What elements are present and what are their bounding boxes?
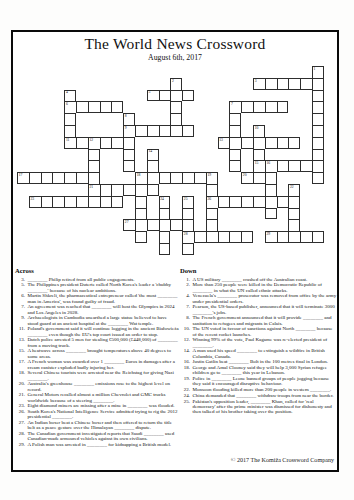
clue-down-1: 1.A US military ________ crashed off the… xyxy=(180,277,337,282)
grid-cell[interactable] xyxy=(288,196,300,208)
clue-number: 17. xyxy=(15,359,28,369)
clue-text: Justin Gatlin beat ________ Bolt in the … xyxy=(193,359,338,364)
clue-text: Venezuela's ________ prosecutor was remo… xyxy=(193,293,338,303)
cell-number: 2 xyxy=(172,79,174,83)
puzzle-date: August 6th, 2017 xyxy=(13,53,337,62)
grid-cell[interactable] xyxy=(88,160,100,172)
clue-across-21: 21.General Motors recalled almost a mill… xyxy=(15,392,179,402)
clue-number: 9. xyxy=(15,315,28,325)
grid-cell[interactable] xyxy=(135,219,147,231)
grid-cell[interactable] xyxy=(52,172,64,184)
cell-number: 27 xyxy=(125,220,129,224)
clue-across-29: 29.A Polish man was arrested in ________… xyxy=(15,442,179,447)
grid-cell[interactable] xyxy=(64,172,76,184)
grid-cell[interactable] xyxy=(41,196,53,208)
grid-cell[interactable]: 9 xyxy=(123,125,135,137)
clue-number: 4. xyxy=(180,293,193,303)
clue-across-26: 26.South Korea's National Intelligence S… xyxy=(15,409,179,419)
clue-number: 23. xyxy=(15,403,28,408)
grid-cell[interactable] xyxy=(241,101,253,113)
grid-cell[interactable] xyxy=(170,172,182,184)
page-border: The World News Crossword August 6th, 201… xyxy=(11,30,339,472)
grid-cell[interactable] xyxy=(64,125,76,137)
cell-number: 3 xyxy=(255,79,257,83)
grid-cell[interactable] xyxy=(312,101,324,113)
clue-text: Australia's greenhouse ________ emission… xyxy=(28,381,180,391)
grid-cell[interactable] xyxy=(88,172,100,184)
grid-cell[interactable]: 3 xyxy=(253,78,265,90)
grid-cell[interactable] xyxy=(265,208,277,220)
cell-number: 28 xyxy=(184,232,188,236)
grid-cell[interactable]: 4 xyxy=(64,90,76,102)
down-heading: Down xyxy=(180,267,337,274)
clue-down-25: 25.Pakistan's opposition leader, _______… xyxy=(180,399,337,414)
grid-cell[interactable] xyxy=(170,125,182,137)
grid-cell[interactable] xyxy=(312,231,324,243)
grid-cell[interactable] xyxy=(147,184,159,196)
grid-cell[interactable] xyxy=(123,184,135,196)
clue-number: 20. xyxy=(15,381,28,391)
clue-number: 6. xyxy=(15,293,28,303)
grid-cell[interactable] xyxy=(111,196,123,208)
grid-cell[interactable] xyxy=(253,137,265,149)
clue-number: 7. xyxy=(180,304,193,314)
grid-cell[interactable] xyxy=(312,137,324,149)
clue-number: 25. xyxy=(180,399,193,414)
cell-number: 6 xyxy=(66,102,68,106)
cell-number: 18 xyxy=(137,173,141,177)
clue-text: A French woman was awarded over 1 ______… xyxy=(28,359,180,369)
grid-cell[interactable] xyxy=(229,113,241,125)
grid-cell[interactable]: 6 xyxy=(64,101,76,113)
grid-cell[interactable] xyxy=(170,101,182,113)
grid-cell[interactable] xyxy=(265,101,277,113)
cell-number: 20 xyxy=(243,173,247,177)
clue-number: 18. xyxy=(180,365,193,375)
grid-cell[interactable]: 24 xyxy=(159,196,171,208)
clue-across-18: 18.Several Chinese tourists were arreste… xyxy=(15,370,179,380)
grid-cell[interactable] xyxy=(111,184,123,196)
clue-text: The UN voted in favour of sanctions agai… xyxy=(193,326,338,336)
grid-cell[interactable] xyxy=(241,231,253,243)
grid-cell[interactable]: 26 xyxy=(206,196,218,208)
grid-cell[interactable] xyxy=(100,196,112,208)
cell-number: 26 xyxy=(207,197,211,201)
grid-cell[interactable] xyxy=(135,196,147,208)
cell-number: 1 xyxy=(314,67,316,71)
clue-number: 7. xyxy=(15,304,28,314)
grid-cell[interactable] xyxy=(194,231,206,243)
grid-cell[interactable] xyxy=(170,113,182,125)
grid-cell[interactable] xyxy=(182,243,194,255)
grid-cell[interactable] xyxy=(123,137,135,149)
grid-cell[interactable] xyxy=(206,208,218,220)
grid-cell[interactable]: 13 xyxy=(218,137,230,149)
clue-number: 5. xyxy=(15,282,28,292)
clue-text: Archaeologists in Cambodia unearthed a l… xyxy=(28,315,180,325)
grid-cell[interactable] xyxy=(229,196,241,208)
grid-cell[interactable] xyxy=(159,243,171,255)
puzzle-title: The World News Crossword xyxy=(13,35,337,53)
clue-number: 22. xyxy=(180,387,193,392)
cell-number: 5 xyxy=(148,90,150,94)
grid-cell[interactable] xyxy=(123,149,135,161)
grid-cell[interactable] xyxy=(277,231,289,243)
clue-number: 19. xyxy=(180,376,193,386)
grid-cell[interactable] xyxy=(312,172,324,184)
clue-text: An Indian boxer beat a Chinese boxer and… xyxy=(28,420,180,430)
grid-cell[interactable] xyxy=(111,101,123,113)
clue-text: Martin Shkreli, the pharmaceutical entre… xyxy=(28,293,180,303)
clue-number: 3. xyxy=(15,277,28,282)
clue-number: 14. xyxy=(180,348,193,358)
across-heading: Across xyxy=(15,267,179,274)
clue-text: A man used his speed ________ to extingu… xyxy=(193,348,338,358)
grid-cell[interactable] xyxy=(288,137,300,149)
clue-across-17: 17.A French woman was awarded over 1 ___… xyxy=(15,359,179,369)
clue-down-2: 2.More than 250 people were killed in th… xyxy=(180,282,337,292)
grid-cell[interactable] xyxy=(288,219,300,231)
clue-across-11: 11.Poland's government said it will cont… xyxy=(15,326,179,336)
grid-cell[interactable]: 10 xyxy=(253,125,265,137)
clue-text: China demanded that ________ withdraw tr… xyxy=(193,393,338,398)
grid-cell[interactable] xyxy=(29,172,41,184)
clue-number: 28. xyxy=(15,431,28,441)
grid-cell[interactable] xyxy=(312,90,324,102)
copyright: © 2017 The Komiža Crossword Company xyxy=(231,457,334,463)
grid-cell[interactable] xyxy=(241,137,253,149)
clue-text: The Canadian government investigated rep… xyxy=(28,431,180,441)
clue-text: An agreement was reached that ________ w… xyxy=(28,304,180,314)
cell-number: 13 xyxy=(219,138,223,142)
grid-cell[interactable]: 19 xyxy=(206,172,218,184)
grid-cell[interactable]: 7 xyxy=(229,101,241,113)
cell-number: 25 xyxy=(184,197,188,201)
grid-cell[interactable] xyxy=(277,196,289,208)
grid-cell[interactable] xyxy=(312,160,324,172)
clue-across-5: 5.The Philippines president Duterte call… xyxy=(15,282,179,292)
grid-cell[interactable] xyxy=(170,90,182,102)
grid-cell[interactable] xyxy=(182,172,194,184)
clue-text: South Korea's National Intelligence Serv… xyxy=(28,409,180,419)
grid-cell[interactable]: 20 xyxy=(241,172,253,184)
grid-cell[interactable] xyxy=(312,78,324,90)
cell-number: 14 xyxy=(148,149,152,153)
grid-cell[interactable]: 15 xyxy=(253,160,265,172)
grid-cell[interactable] xyxy=(253,196,265,208)
grid-cell[interactable] xyxy=(76,196,88,208)
clue-number: 15. xyxy=(15,348,28,358)
grid-cell[interactable] xyxy=(135,125,147,137)
across-clues-column: Across 3.________ Philip retired from al… xyxy=(15,267,179,448)
grid-cell[interactable] xyxy=(288,231,300,243)
grid-cell[interactable] xyxy=(288,78,300,90)
clue-across-7: 7.An agreement was reached that ________… xyxy=(15,304,179,314)
clue-down-4: 4.Venezuela's ________ prosecutor was re… xyxy=(180,293,337,303)
grid-cell[interactable]: 16 xyxy=(265,160,277,172)
grid-cell[interactable] xyxy=(218,196,230,208)
grid-cell[interactable] xyxy=(182,90,194,102)
clue-number: 27. xyxy=(15,420,28,430)
grid-cell[interactable] xyxy=(229,137,241,149)
grid-cell[interactable] xyxy=(76,101,88,113)
clue-text: A Polish man was arrested in ________ fo… xyxy=(28,442,180,447)
grid-cell[interactable] xyxy=(88,196,100,208)
grid-cell[interactable]: 14 xyxy=(147,149,159,161)
clue-text: The French government announced that it … xyxy=(193,315,338,325)
clue-across-3: 3.________ Philip retired from all publi… xyxy=(15,277,179,282)
clue-text: ________ Philip retired from all public … xyxy=(28,277,180,282)
grid-cell[interactable]: 28 xyxy=(182,231,194,243)
grid-cell[interactable] xyxy=(300,160,312,172)
clue-across-27: 27.An Indian boxer beat a Chinese boxer … xyxy=(15,420,179,430)
cell-number: 24 xyxy=(160,197,164,201)
clue-text: General Motors recalled almost a million… xyxy=(28,392,180,402)
grid-cell[interactable] xyxy=(159,231,171,243)
clue-text: Pakistan's opposition leader, ________ K… xyxy=(193,399,338,414)
grid-cell[interactable] xyxy=(277,101,289,113)
clue-down-24: 24.China demanded that ________ withdraw… xyxy=(180,393,337,398)
grid-cell[interactable] xyxy=(229,160,241,172)
cell-number: 29 xyxy=(266,232,270,236)
cell-number: 7 xyxy=(231,102,233,106)
down-clue-list: 1.A US military ________ crashed off the… xyxy=(180,277,337,415)
clue-text: Several Chinese tourists were arrested n… xyxy=(28,370,180,380)
grid-cell[interactable] xyxy=(277,137,289,149)
clue-down-14: 14.A man used his speed ________ to exti… xyxy=(180,348,337,358)
grid-cell[interactable] xyxy=(194,172,206,184)
grid-cell[interactable]: 1 xyxy=(312,66,324,78)
grid-cell[interactable] xyxy=(100,184,112,196)
clue-text: Pearson, the US-based publisher, announc… xyxy=(193,304,338,314)
grid-cell[interactable] xyxy=(277,160,289,172)
grid-cell[interactable] xyxy=(135,184,147,196)
clue-number: 16. xyxy=(180,359,193,364)
clue-number: 13. xyxy=(15,337,28,347)
grid-cell[interactable] xyxy=(300,231,312,243)
grid-cell[interactable] xyxy=(41,172,53,184)
clue-number: 10. xyxy=(180,326,193,336)
cell-number: 19 xyxy=(207,173,211,177)
grid-cell[interactable]: 27 xyxy=(123,219,135,231)
grid-cell[interactable] xyxy=(265,78,277,90)
grid-cell[interactable] xyxy=(159,219,171,231)
grid-cell[interactable] xyxy=(229,125,241,137)
grid-cell[interactable] xyxy=(253,149,265,161)
clue-number: 21. xyxy=(15,392,28,402)
clue-text: Eight diamond miners are missing after a… xyxy=(28,403,180,408)
grid-cell[interactable] xyxy=(206,219,218,231)
grid-cell[interactable] xyxy=(182,219,194,231)
clue-across-15: 15.A heatwave across ________ brought te… xyxy=(15,348,179,358)
clue-across-23: 23.Eight diamond miners are missing afte… xyxy=(15,403,179,408)
grid-cell[interactable]: 22 xyxy=(288,184,300,196)
clue-number: 8. xyxy=(180,315,193,325)
grid-cell[interactable] xyxy=(312,125,324,137)
grid-cell[interactable] xyxy=(206,184,218,196)
clue-number: 2. xyxy=(180,282,193,292)
clue-down-22: 22.Monsoon flooding killed more than 200… xyxy=(180,387,337,392)
cell-number: 17 xyxy=(19,173,23,177)
grid-cell[interactable] xyxy=(135,231,147,243)
grid-cell[interactable] xyxy=(64,113,76,125)
grid-cell[interactable]: 11 xyxy=(64,137,76,149)
grid-cell[interactable]: 12 xyxy=(88,137,100,149)
grid-cell[interactable] xyxy=(76,172,88,184)
grid-cell[interactable] xyxy=(265,196,277,208)
grid-cell[interactable] xyxy=(312,113,324,125)
grid-cell[interactable]: 17 xyxy=(17,172,29,184)
grid-cell[interactable]: 18 xyxy=(135,172,147,184)
cell-number: 12 xyxy=(89,138,93,142)
grid-cell[interactable] xyxy=(159,125,171,137)
grid-cell[interactable] xyxy=(52,196,64,208)
down-clues-column: Down 1.A US military ________ crashed of… xyxy=(180,267,337,415)
clue-text: More than 250 people were killed in the … xyxy=(193,282,338,292)
grid-cell[interactable]: 29 xyxy=(265,231,277,243)
clue-down-8: 8.The French government announced that i… xyxy=(180,315,337,325)
grid-cell[interactable] xyxy=(147,219,159,231)
cell-number: 10 xyxy=(255,126,259,130)
clue-text: Police in ________ Leone banned groups o… xyxy=(193,376,338,386)
cell-number: 15 xyxy=(255,161,259,165)
clue-down-19: 19.Police in ________ Leone banned group… xyxy=(180,376,337,386)
grid-cell[interactable] xyxy=(100,137,112,149)
grid-cell[interactable] xyxy=(253,101,265,113)
cell-number: 9 xyxy=(125,126,127,130)
clue-across-13: 13.Dutch police arrested 5 men for steal… xyxy=(15,337,179,347)
grid-cell[interactable] xyxy=(147,160,159,172)
grid-cell[interactable] xyxy=(159,208,171,220)
cell-number: 11 xyxy=(66,138,70,142)
grid-cell[interactable]: 23 xyxy=(29,196,41,208)
clue-across-9: 9.Archaeologists in Cambodia unearthed a… xyxy=(15,315,179,325)
clue-text: George and Amal Clooney said they will h… xyxy=(193,365,338,375)
grid-cell[interactable] xyxy=(265,172,277,184)
grid-cell[interactable] xyxy=(300,78,312,90)
clue-number: 12. xyxy=(180,337,193,347)
clue-number: 26. xyxy=(15,409,28,419)
clue-text: A heatwave across ________ brought tempe… xyxy=(28,348,180,358)
grid-cell[interactable] xyxy=(288,160,300,172)
grid-cell[interactable] xyxy=(123,160,135,172)
clue-number: 11. xyxy=(15,326,28,336)
grid-cell[interactable] xyxy=(182,208,194,220)
clue-text: The Philippines president Duterte called… xyxy=(28,282,180,292)
grid-cell[interactable] xyxy=(111,137,123,149)
grid-cell[interactable] xyxy=(312,149,324,161)
grid-cell[interactable] xyxy=(170,219,182,231)
cell-number: 22 xyxy=(290,185,294,189)
grid-cell[interactable] xyxy=(241,196,253,208)
grid-cell[interactable] xyxy=(206,231,218,243)
clue-number: 1. xyxy=(180,277,193,282)
across-clue-list: 3.________ Philip retired from all publi… xyxy=(15,277,179,448)
grid-cell[interactable] xyxy=(182,125,194,137)
cell-number: 4 xyxy=(66,90,68,94)
clue-number: 18. xyxy=(15,370,28,380)
grid-cell[interactable] xyxy=(218,231,230,243)
cell-number: 16 xyxy=(266,161,270,165)
grid-cell[interactable] xyxy=(229,231,241,243)
grid-cell[interactable]: 25 xyxy=(182,196,194,208)
cell-number: 21 xyxy=(89,185,93,189)
grid-cell[interactable] xyxy=(88,149,100,161)
grid-cell[interactable] xyxy=(147,172,159,184)
grid-cell[interactable] xyxy=(253,172,265,184)
grid-cell[interactable]: 2 xyxy=(170,78,182,90)
grid-cell[interactable] xyxy=(288,208,300,220)
grid-cell[interactable] xyxy=(159,90,171,102)
clue-text: Winning 99% of the vote, Paul Kagame was… xyxy=(193,337,338,347)
grid-cell[interactable] xyxy=(229,149,241,161)
clue-down-18: 18.George and Amal Clooney said they wil… xyxy=(180,365,337,375)
clue-text: Dutch police arrested 5 men for stealing… xyxy=(28,337,180,347)
clue-text: Monsoon flooding killed more than 200 pe… xyxy=(193,387,338,392)
grid-cell[interactable] xyxy=(265,184,277,196)
grid-cell[interactable] xyxy=(88,101,100,113)
crossword-grid: 1234567891011121314151617181920212223242… xyxy=(17,66,324,255)
grid-cell[interactable] xyxy=(277,78,289,90)
clue-text: Poland's government said it will continu… xyxy=(28,326,180,336)
cell-number: 23 xyxy=(30,197,34,201)
grid-cell[interactable] xyxy=(76,137,88,149)
clue-across-20: 20.Australia's greenhouse ________ emiss… xyxy=(15,381,179,391)
grid-cell[interactable]: 21 xyxy=(88,184,100,196)
clue-down-7: 7.Pearson, the US-based publisher, annou… xyxy=(180,304,337,314)
grid-cell[interactable]: 8 xyxy=(123,113,135,125)
cell-number: 8 xyxy=(125,114,127,118)
clue-down-12: 12.Winning 99% of the vote, Paul Kagame … xyxy=(180,337,337,347)
grid-cell[interactable] xyxy=(135,208,147,220)
clue-number: 24. xyxy=(180,393,193,398)
clue-across-28: 28.The Canadian government investigated … xyxy=(15,431,179,441)
grid-cell[interactable] xyxy=(147,125,159,137)
grid-cell[interactable] xyxy=(100,101,112,113)
clue-down-10: 10.The UN voted in favour of sanctions a… xyxy=(180,326,337,336)
clue-down-16: 16.Justin Gatlin beat ________ Bolt in t… xyxy=(180,359,337,364)
grid-cell[interactable] xyxy=(64,196,76,208)
clue-across-6: 6.Martin Shkreli, the pharmaceutical ent… xyxy=(15,293,179,303)
clue-number: 29. xyxy=(15,442,28,447)
grid-cell[interactable]: 5 xyxy=(147,90,159,102)
grid-cell[interactable] xyxy=(159,172,171,184)
clue-text: A US military ________ crashed off the A… xyxy=(193,277,338,282)
grid-cell[interactable] xyxy=(265,137,277,149)
